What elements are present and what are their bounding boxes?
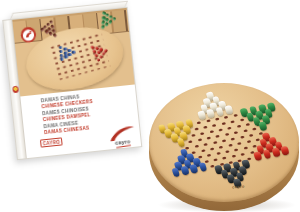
hole	[252, 127, 257, 130]
hole	[234, 130, 239, 133]
blue-mini-peg	[59, 46, 63, 50]
hole	[216, 151, 221, 154]
hole	[200, 131, 205, 134]
product-title-lines: DAMAS CHINASCHINESE CHECKERSDAMES CHINOI…	[41, 93, 96, 137]
blue-mini-peg	[64, 55, 68, 59]
hole	[246, 122, 251, 125]
hole	[188, 139, 193, 142]
green-mini-peg	[112, 16, 117, 21]
hole	[233, 113, 238, 116]
hole	[207, 153, 212, 156]
hole	[213, 157, 218, 160]
game-box: DAMAS CHINASCHINESE CHECKERSDAMES CHINOI…	[2, 1, 143, 161]
hole	[243, 128, 248, 131]
cayro-corner-logo: cayro	[103, 123, 141, 149]
hole	[215, 134, 220, 137]
hole	[206, 119, 211, 122]
hole	[209, 129, 214, 132]
hole	[246, 139, 251, 142]
blue-mini-peg	[72, 50, 76, 54]
green-peg-cluster	[96, 11, 117, 33]
hole	[203, 125, 208, 128]
hole	[231, 154, 236, 157]
hole	[239, 118, 244, 121]
box-cover-photo	[12, 8, 134, 97]
hole	[222, 138, 227, 141]
board-grid	[150, 82, 297, 198]
hole	[191, 133, 196, 136]
board-cell	[280, 147, 291, 154]
hole	[237, 141, 242, 144]
hole	[234, 147, 239, 150]
blue-mini-peg	[59, 50, 63, 54]
board-top-surface: cayro	[149, 83, 299, 202]
brown-peg-cluster	[40, 19, 62, 41]
blue-mini-peg	[67, 49, 71, 53]
red-peg-cluster	[86, 41, 108, 63]
hole	[206, 136, 211, 139]
hole	[224, 132, 229, 135]
product-photo: DAMAS CHINASCHINESE CHECKERSDAMES CHINOI…	[0, 0, 300, 212]
hole	[218, 128, 223, 131]
blue-mini-peg	[63, 47, 67, 51]
brand-logo-small-icon	[12, 86, 19, 94]
hole	[236, 124, 241, 127]
hole	[215, 117, 220, 120]
hole	[228, 143, 233, 146]
hole	[203, 142, 208, 145]
hole	[197, 138, 202, 141]
blue-peg-cluster	[58, 45, 76, 61]
hole	[194, 127, 199, 130]
hole	[249, 133, 254, 136]
hole	[225, 149, 230, 152]
box-front: DAMAS CHINASCHINESE CHECKERSDAMES CHINOI…	[12, 8, 141, 158]
board-cell	[224, 107, 235, 114]
brown-mini-peg	[53, 33, 58, 38]
hole	[213, 140, 218, 143]
hole	[240, 152, 245, 155]
hole	[243, 146, 248, 149]
hole	[210, 147, 215, 150]
hole	[224, 115, 229, 118]
hole	[222, 156, 227, 159]
hole	[240, 135, 245, 138]
cover-photo-peg-clusters	[12, 8, 134, 97]
chinese-checkers-board: cayro	[149, 83, 299, 211]
hole	[194, 144, 199, 147]
hole	[197, 120, 202, 123]
hole	[219, 145, 224, 148]
hole	[230, 119, 235, 122]
hole	[201, 148, 206, 151]
hole	[227, 126, 232, 129]
box-body: DAMAS CHINASCHINESE CHECKERSDAMES CHINOI…	[2, 7, 142, 160]
blue-mini-peg	[68, 53, 72, 57]
hole	[212, 123, 217, 126]
blue-mini-peg	[60, 57, 64, 61]
box-lower-panel: DAMAS CHINASCHINESE CHECKERSDAMES CHINOI…	[20, 84, 141, 158]
board-brand-stamp: cayro	[231, 184, 244, 190]
cayro-rooster-logo-icon	[19, 25, 38, 44]
cayro-wordmark-badge: CAYRO	[40, 137, 63, 147]
hole	[231, 137, 236, 140]
hole	[221, 121, 226, 124]
